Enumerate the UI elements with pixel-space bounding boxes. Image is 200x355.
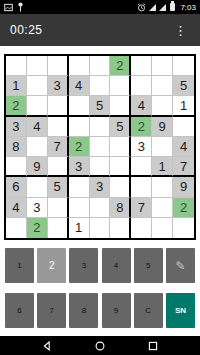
cell-r6c1[interactable] — [6, 157, 27, 177]
cell-r3c9[interactable]: 1 — [173, 96, 194, 116]
cell-r2c2[interactable] — [27, 76, 48, 96]
digit-button-7[interactable]: 7 — [37, 293, 66, 328]
cell-r8c4[interactable] — [69, 198, 90, 218]
cell-r6c2[interactable]: 9 — [27, 157, 48, 177]
cell-r6c6[interactable] — [110, 157, 131, 177]
cell-r2c1[interactable]: 1 — [6, 76, 27, 96]
signal-icon — [149, 4, 156, 11]
sudoku-board: 2134525413452987234931765394387221 — [4, 54, 196, 240]
cell-r2c3[interactable]: 3 — [48, 76, 69, 96]
cell-r4c9[interactable] — [173, 117, 194, 137]
status-time: 7:03 — [180, 3, 196, 12]
cell-r3c6[interactable] — [110, 96, 131, 116]
cell-r3c2[interactable] — [27, 96, 48, 116]
android-nav-bar — [0, 336, 200, 355]
digit-button-9[interactable]: 9 — [102, 293, 131, 328]
cell-r4c8[interactable]: 9 — [152, 117, 173, 137]
cell-r3c8[interactable] — [152, 96, 173, 116]
digit-button-6[interactable]: 6 — [5, 293, 34, 328]
cell-r2c8[interactable] — [152, 76, 173, 96]
cell-r4c2[interactable]: 4 — [27, 117, 48, 137]
cell-r8c7[interactable]: 7 — [131, 198, 152, 218]
image-icon — [4, 0, 13, 16]
cell-r5c6[interactable] — [110, 137, 131, 157]
cell-r8c8[interactable] — [152, 198, 173, 218]
cell-r7c5[interactable]: 3 — [90, 177, 111, 197]
cell-r3c5[interactable]: 5 — [90, 96, 111, 116]
cell-r6c9[interactable]: 7 — [173, 157, 194, 177]
cell-r9c9[interactable] — [173, 218, 194, 238]
digit-button-8[interactable]: 8 — [69, 293, 98, 328]
cell-r3c4[interactable] — [69, 96, 90, 116]
cell-r8c9[interactable]: 2 — [173, 198, 194, 218]
digit-button-5[interactable]: 5 — [134, 248, 163, 283]
cell-r7c1[interactable]: 6 — [6, 177, 27, 197]
cell-r8c3[interactable] — [48, 198, 69, 218]
keypad-row-2: 6789CSN — [0, 293, 200, 328]
digit-button-1[interactable]: 1 — [5, 248, 34, 283]
cell-r1c4[interactable] — [69, 56, 90, 76]
cell-r1c1[interactable] — [6, 56, 27, 76]
cell-r4c3[interactable] — [48, 117, 69, 137]
status-bar: 7:03 — [0, 0, 200, 14]
pin-icon — [17, 0, 24, 16]
pencil-icon: ✎ — [175, 259, 185, 273]
cell-r7c4[interactable] — [69, 177, 90, 197]
cell-r1c6[interactable]: 2 — [110, 56, 131, 76]
cell-r5c9[interactable]: 4 — [173, 137, 194, 157]
cell-r4c7[interactable]: 2 — [131, 117, 152, 137]
cell-r9c8[interactable] — [152, 218, 173, 238]
cell-r2c9[interactable]: 5 — [173, 76, 194, 96]
cell-r7c3[interactable]: 5 — [48, 177, 69, 197]
cell-r1c2[interactable] — [27, 56, 48, 76]
cell-r4c1[interactable]: 3 — [6, 117, 27, 137]
cell-r9c4[interactable]: 1 — [69, 218, 90, 238]
app-bar: 00:25 ⋮ — [0, 14, 200, 46]
cell-r2c6[interactable] — [110, 76, 131, 96]
cell-r9c5[interactable] — [90, 218, 111, 238]
cell-r8c6[interactable]: 8 — [110, 198, 131, 218]
cell-r2c4[interactable]: 4 — [69, 76, 90, 96]
cell-r4c6[interactable]: 5 — [110, 117, 131, 137]
cell-r8c1[interactable]: 4 — [6, 198, 27, 218]
cell-r7c7[interactable] — [131, 177, 152, 197]
keypad-row-1: 12345✎ — [0, 248, 200, 283]
battery-icon — [170, 3, 175, 11]
recents-button[interactable] — [148, 341, 158, 351]
cell-r4c5[interactable] — [90, 117, 111, 137]
cell-r7c9[interactable]: 9 — [173, 177, 194, 197]
cell-r6c8[interactable]: 1 — [152, 157, 173, 177]
cell-r5c5[interactable] — [90, 137, 111, 157]
alarm-icon — [137, 0, 146, 16]
overflow-menu-icon[interactable]: ⋮ — [171, 22, 190, 39]
cell-r6c5[interactable] — [90, 157, 111, 177]
cell-r9c2[interactable]: 2 — [27, 218, 48, 238]
sn-button[interactable]: SN — [166, 293, 195, 328]
cell-r7c6[interactable] — [110, 177, 131, 197]
cell-r3c3[interactable] — [48, 96, 69, 116]
cell-r3c1[interactable]: 2 — [6, 96, 27, 116]
cell-r1c5[interactable] — [90, 56, 111, 76]
cell-r1c8[interactable] — [152, 56, 173, 76]
home-button[interactable] — [95, 341, 105, 351]
cell-r5c3[interactable]: 7 — [48, 137, 69, 157]
cell-r3c7[interactable]: 4 — [131, 96, 152, 116]
cell-r8c2[interactable]: 3 — [27, 198, 48, 218]
cell-r7c8[interactable] — [152, 177, 173, 197]
cell-r2c7[interactable] — [131, 76, 152, 96]
cell-r5c7[interactable]: 3 — [131, 137, 152, 157]
pencil-button[interactable]: ✎ — [166, 248, 195, 283]
cell-r5c4[interactable]: 2 — [69, 137, 90, 157]
cell-r1c7[interactable] — [131, 56, 152, 76]
cell-r6c3[interactable] — [48, 157, 69, 177]
clear-button[interactable]: C — [134, 293, 163, 328]
cell-r5c1[interactable]: 8 — [6, 137, 27, 157]
back-button[interactable] — [42, 341, 52, 351]
signal-icon — [159, 4, 166, 11]
cell-r5c2[interactable] — [27, 137, 48, 157]
cell-r9c6[interactable] — [110, 218, 131, 238]
cell-r6c7[interactable] — [131, 157, 152, 177]
cell-r6c4[interactable]: 3 — [69, 157, 90, 177]
game-timer: 00:25 — [10, 23, 43, 37]
cell-r7c2[interactable] — [27, 177, 48, 197]
cell-r9c3[interactable] — [48, 218, 69, 238]
cell-r4c4[interactable] — [69, 117, 90, 137]
cell-r2c5[interactable] — [90, 76, 111, 96]
cell-r9c1[interactable] — [6, 218, 27, 238]
digit-button-2[interactable]: 2 — [37, 248, 66, 283]
digit-button-4[interactable]: 4 — [102, 248, 131, 283]
cell-r1c3[interactable] — [48, 56, 69, 76]
digit-button-3[interactable]: 3 — [69, 248, 98, 283]
cell-r1c9[interactable] — [173, 56, 194, 76]
cell-r5c8[interactable] — [152, 137, 173, 157]
cell-r9c7[interactable] — [131, 218, 152, 238]
cell-r8c5[interactable] — [90, 198, 111, 218]
